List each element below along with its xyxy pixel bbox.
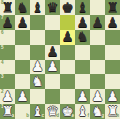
piece-black-knight-b8[interactable]: ♞	[15, 0, 30, 15]
piece-white-bishop-c1[interactable]: ♝	[30, 104, 45, 119]
square-h2[interactable]: ♟	[105, 89, 120, 104]
piece-white-bishop-f1[interactable]: ♝	[75, 104, 90, 119]
square-h4[interactable]	[105, 60, 120, 75]
square-d7[interactable]	[45, 15, 60, 30]
square-h6[interactable]	[105, 30, 120, 45]
square-d3[interactable]	[45, 74, 60, 89]
square-c7[interactable]	[30, 15, 45, 30]
piece-white-pawn-f2[interactable]: ♟	[75, 89, 90, 104]
square-b5[interactable]	[15, 45, 30, 60]
rank-label-3: 3	[1, 75, 4, 80]
square-a7[interactable]: 7♟	[0, 15, 15, 30]
square-c6[interactable]	[30, 30, 45, 45]
piece-white-pawn-h2[interactable]: ♟	[105, 89, 120, 104]
square-g6[interactable]	[90, 30, 105, 45]
square-c3[interactable]: ♞	[30, 74, 45, 89]
piece-white-pawn-a2[interactable]: ♟	[0, 89, 15, 104]
square-g8[interactable]	[90, 0, 105, 15]
square-f4[interactable]	[75, 60, 90, 75]
piece-white-rook-h1[interactable]: ♜	[105, 104, 120, 119]
piece-white-king-e1[interactable]: ♚	[60, 104, 75, 119]
rank-label-5: 5	[1, 46, 4, 51]
piece-black-queen-d8[interactable]: ♛	[45, 0, 60, 15]
square-a5[interactable]: 5	[0, 45, 15, 60]
file-label-b: b	[26, 114, 29, 119]
square-e2[interactable]	[60, 89, 75, 104]
square-c2[interactable]	[30, 89, 45, 104]
square-f8[interactable]: ♝	[75, 0, 90, 15]
piece-black-pawn-b7[interactable]: ♟	[15, 15, 30, 30]
piece-black-pawn-h7[interactable]: ♟	[105, 15, 120, 30]
square-g1[interactable]: g♞	[90, 104, 105, 119]
square-g2[interactable]: ♟	[90, 89, 105, 104]
square-f2[interactable]: ♟	[75, 89, 90, 104]
square-d1[interactable]: d♛	[45, 104, 60, 119]
rank-label-4: 4	[1, 61, 4, 66]
piece-black-pawn-a7[interactable]: ♟	[0, 15, 15, 30]
square-e5[interactable]	[60, 45, 75, 60]
square-g7[interactable]: ♟	[90, 15, 105, 30]
chess-board: 8♜♞♝♛♚♝♜7♟♟♟♟♟6♟♞5♟4♟♟3♞2♟♟♟♟♟1a♜bc♝d♛e♚…	[0, 0, 120, 119]
piece-black-rook-h8[interactable]: ♜	[105, 0, 120, 15]
piece-black-pawn-e6[interactable]: ♟	[60, 30, 75, 45]
square-b1[interactable]: b	[15, 104, 30, 119]
square-e6[interactable]: ♟	[60, 30, 75, 45]
square-a6[interactable]: 6	[0, 30, 15, 45]
square-e8[interactable]: ♚	[60, 0, 75, 15]
square-g5[interactable]	[90, 45, 105, 60]
rank-label-6: 6	[1, 31, 4, 36]
piece-black-knight-f6[interactable]: ♞	[75, 30, 90, 45]
square-b4[interactable]	[15, 60, 30, 75]
chess-board-container: 8♜♞♝♛♚♝♜7♟♟♟♟♟6♟♞5♟4♟♟3♞2♟♟♟♟♟1a♜bc♝d♛e♚…	[0, 0, 120, 119]
square-e1[interactable]: e♚	[60, 104, 75, 119]
piece-black-bishop-c8[interactable]: ♝	[30, 0, 45, 15]
square-b8[interactable]: ♞	[15, 0, 30, 15]
square-f6[interactable]: ♞	[75, 30, 90, 45]
square-g4[interactable]	[90, 60, 105, 75]
piece-white-pawn-g2[interactable]: ♟	[90, 89, 105, 104]
square-c1[interactable]: c♝	[30, 104, 45, 119]
square-f5[interactable]	[75, 45, 90, 60]
piece-black-bishop-f8[interactable]: ♝	[75, 0, 90, 15]
square-a4[interactable]: 4	[0, 60, 15, 75]
square-b6[interactable]	[15, 30, 30, 45]
square-h1[interactable]: h♜	[105, 104, 120, 119]
piece-white-knight-c3[interactable]: ♞	[30, 74, 45, 89]
piece-white-pawn-b2[interactable]: ♟	[15, 89, 30, 104]
square-c8[interactable]: ♝	[30, 0, 45, 15]
piece-white-queen-d1[interactable]: ♛	[45, 104, 60, 119]
square-b2[interactable]: ♟	[15, 89, 30, 104]
square-a1[interactable]: 1a♜	[0, 104, 15, 119]
square-f1[interactable]: f♝	[75, 104, 90, 119]
square-b7[interactable]: ♟	[15, 15, 30, 30]
square-h7[interactable]: ♟	[105, 15, 120, 30]
square-e3[interactable]	[60, 74, 75, 89]
piece-white-pawn-d4[interactable]: ♟	[45, 60, 60, 75]
piece-black-pawn-g7[interactable]: ♟	[90, 15, 105, 30]
square-d4[interactable]: ♟	[45, 60, 60, 75]
square-d2[interactable]	[45, 89, 60, 104]
square-d8[interactable]: ♛	[45, 0, 60, 15]
square-e4[interactable]	[60, 60, 75, 75]
piece-white-knight-g1[interactable]: ♞	[90, 104, 105, 119]
square-a2[interactable]: 2♟	[0, 89, 15, 104]
square-a8[interactable]: 8♜	[0, 0, 15, 15]
square-h5[interactable]	[105, 45, 120, 60]
piece-black-king-e8[interactable]: ♚	[60, 0, 75, 15]
piece-white-rook-a1[interactable]: ♜	[0, 104, 15, 119]
square-h8[interactable]: ♜	[105, 0, 120, 15]
piece-black-rook-a8[interactable]: ♜	[0, 0, 15, 15]
